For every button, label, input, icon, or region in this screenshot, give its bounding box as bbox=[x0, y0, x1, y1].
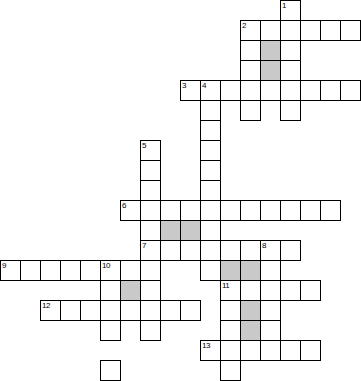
cell-r8-c7[interactable] bbox=[140, 160, 161, 181]
cell-r8-c10[interactable] bbox=[200, 160, 221, 181]
cell-r12-c13[interactable]: 8 bbox=[260, 240, 281, 261]
shaded-cell-r13-c12[interactable] bbox=[240, 260, 261, 281]
clue-number-9: 9 bbox=[2, 261, 6, 270]
cell-r18-c5[interactable] bbox=[100, 360, 121, 381]
clue-number-12: 12 bbox=[42, 301, 50, 310]
clue-number-1: 1 bbox=[282, 1, 286, 10]
cell-r13-c2[interactable] bbox=[40, 260, 61, 281]
cell-r15-c5[interactable] bbox=[100, 300, 121, 321]
cell-r4-c17[interactable] bbox=[340, 80, 361, 101]
cell-r10-c11[interactable] bbox=[220, 200, 241, 221]
cell-r17-c13[interactable] bbox=[260, 340, 281, 361]
cell-r4-c13[interactable] bbox=[260, 80, 281, 101]
cell-r12-c9[interactable] bbox=[180, 240, 201, 261]
cell-r1-c15[interactable] bbox=[300, 20, 321, 41]
clue-number-2: 2 bbox=[242, 21, 246, 30]
cell-r15-c11[interactable] bbox=[220, 300, 241, 321]
cell-r12-c14[interactable] bbox=[280, 240, 301, 261]
cell-r15-c6[interactable] bbox=[120, 300, 141, 321]
clue-number-11: 11 bbox=[222, 281, 229, 290]
cell-r13-c0[interactable]: 9 bbox=[0, 260, 21, 281]
cell-r1-c16[interactable] bbox=[320, 20, 341, 41]
cell-r13-c13[interactable] bbox=[260, 260, 281, 281]
cell-r4-c12[interactable] bbox=[240, 80, 261, 101]
cell-r10-c6[interactable]: 6 bbox=[120, 200, 141, 221]
shaded-cell-r13-c11[interactable] bbox=[220, 260, 241, 281]
cell-r16-c5[interactable] bbox=[100, 320, 121, 341]
cell-r11-c7[interactable] bbox=[140, 220, 161, 241]
cell-r1-c14[interactable] bbox=[280, 20, 301, 41]
cell-r14-c12[interactable] bbox=[240, 280, 261, 301]
cell-r4-c16[interactable] bbox=[320, 80, 341, 101]
cell-r14-c14[interactable] bbox=[280, 280, 301, 301]
cell-r16-c7[interactable] bbox=[140, 320, 161, 341]
shaded-cell-r11-c8[interactable] bbox=[160, 220, 181, 241]
clue-number-10: 10 bbox=[102, 261, 110, 270]
cell-r16-c11[interactable] bbox=[220, 320, 241, 341]
cell-r4-c11[interactable] bbox=[220, 80, 241, 101]
cell-r15-c4[interactable] bbox=[80, 300, 101, 321]
cell-r4-c15[interactable] bbox=[300, 80, 321, 101]
cell-r15-c8[interactable] bbox=[160, 300, 181, 321]
cell-r10-c14[interactable] bbox=[280, 200, 301, 221]
clue-number-4: 4 bbox=[202, 81, 206, 90]
cell-r16-c13[interactable] bbox=[260, 320, 281, 341]
cell-r14-c7[interactable] bbox=[140, 280, 161, 301]
cell-r9-c10[interactable] bbox=[200, 180, 221, 201]
cell-r0-c14[interactable]: 1 bbox=[280, 0, 301, 21]
cell-r4-c14[interactable] bbox=[280, 80, 301, 101]
cell-r12-c7[interactable]: 7 bbox=[140, 240, 161, 261]
cell-r7-c10[interactable] bbox=[200, 140, 221, 161]
cell-r1-c17[interactable] bbox=[340, 20, 361, 41]
cell-r14-c5[interactable] bbox=[100, 280, 121, 301]
cell-r13-c10[interactable] bbox=[200, 260, 221, 281]
cell-r17-c14[interactable] bbox=[280, 340, 301, 361]
cell-r1-c12[interactable]: 2 bbox=[240, 20, 261, 41]
cell-r10-c15[interactable] bbox=[300, 200, 321, 221]
cell-r13-c7[interactable] bbox=[140, 260, 161, 281]
cell-r4-c9[interactable]: 3 bbox=[180, 80, 201, 101]
shaded-cell-r15-c12[interactable] bbox=[240, 300, 261, 321]
cell-r13-c5[interactable]: 10 bbox=[100, 260, 121, 281]
cell-r3-c12[interactable] bbox=[240, 60, 261, 81]
cell-r15-c9[interactable] bbox=[180, 300, 201, 321]
shaded-cell-r2-c13[interactable] bbox=[260, 40, 281, 61]
cell-r4-c10[interactable]: 4 bbox=[200, 80, 221, 101]
cell-r12-c10[interactable] bbox=[200, 240, 221, 261]
cell-r14-c11[interactable]: 11 bbox=[220, 280, 241, 301]
cell-r14-c13[interactable] bbox=[260, 280, 281, 301]
shaded-cell-r16-c12[interactable] bbox=[240, 320, 261, 341]
cell-r17-c12[interactable] bbox=[240, 340, 261, 361]
cell-r10-c9[interactable] bbox=[180, 200, 201, 221]
cell-r18-c11[interactable] bbox=[220, 360, 241, 381]
cell-r12-c11[interactable] bbox=[220, 240, 241, 261]
cell-r3-c14[interactable] bbox=[280, 60, 301, 81]
cell-r10-c16[interactable] bbox=[320, 200, 341, 221]
clue-number-3: 3 bbox=[182, 81, 186, 90]
cell-r7-c7[interactable]: 5 bbox=[140, 140, 161, 161]
cell-r5-c10[interactable] bbox=[200, 100, 221, 121]
cell-r14-c15[interactable] bbox=[300, 280, 321, 301]
clue-number-6: 6 bbox=[122, 201, 126, 210]
cell-r12-c12[interactable] bbox=[240, 240, 261, 261]
cell-r5-c14[interactable] bbox=[280, 100, 301, 121]
cell-r15-c2[interactable]: 12 bbox=[40, 300, 61, 321]
shaded-cell-r11-c9[interactable] bbox=[180, 220, 201, 241]
clue-number-7: 7 bbox=[142, 241, 146, 250]
cell-r1-c13[interactable] bbox=[260, 20, 281, 41]
clue-number-5: 5 bbox=[142, 141, 146, 150]
cell-r6-c10[interactable] bbox=[200, 120, 221, 141]
cell-r12-c8[interactable] bbox=[160, 240, 181, 261]
cell-r17-c10[interactable]: 13 bbox=[200, 340, 221, 361]
clue-number-8: 8 bbox=[262, 241, 266, 250]
clue-number-13: 13 bbox=[202, 341, 210, 350]
shaded-cell-r14-c6[interactable] bbox=[120, 280, 141, 301]
cell-r9-c7[interactable] bbox=[140, 180, 161, 201]
cell-r15-c13[interactable] bbox=[260, 300, 281, 321]
cell-r11-c10[interactable] bbox=[200, 220, 221, 241]
cell-r17-c11[interactable] bbox=[220, 340, 241, 361]
cell-r10-c8[interactable] bbox=[160, 200, 181, 221]
cell-r13-c6[interactable] bbox=[120, 260, 141, 281]
cell-r15-c3[interactable] bbox=[60, 300, 81, 321]
cell-r13-c1[interactable] bbox=[20, 260, 41, 281]
cell-r13-c4[interactable] bbox=[80, 260, 101, 281]
cell-r10-c12[interactable] bbox=[240, 200, 261, 221]
cell-r13-c3[interactable] bbox=[60, 260, 81, 281]
shaded-cell-r3-c13[interactable] bbox=[260, 60, 281, 81]
crossword-board: 12345678910111213 bbox=[0, 0, 361, 381]
cell-r15-c7[interactable] bbox=[140, 300, 161, 321]
cell-r2-c14[interactable] bbox=[280, 40, 301, 61]
cell-r5-c12[interactable] bbox=[240, 100, 261, 121]
cell-r10-c13[interactable] bbox=[260, 200, 281, 221]
cell-r2-c12[interactable] bbox=[240, 40, 261, 61]
cell-r10-c10[interactable] bbox=[200, 200, 221, 221]
cell-r10-c7[interactable] bbox=[140, 200, 161, 221]
cell-r17-c15[interactable] bbox=[300, 340, 321, 361]
